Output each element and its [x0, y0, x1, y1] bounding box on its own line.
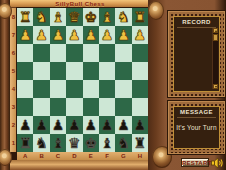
black-queen-d1[interactable]: ♛ — [66, 134, 82, 152]
file-label-g: G — [115, 152, 131, 160]
restart-button[interactable]: RESTART — [181, 158, 209, 167]
file-label-d: D — [66, 152, 82, 160]
square-d4[interactable] — [66, 80, 82, 98]
square-c3[interactable] — [50, 98, 66, 116]
square-f5[interactable] — [99, 62, 115, 80]
square-b1[interactable]: ♞ — [33, 134, 49, 152]
square-e2[interactable]: ♟ — [83, 116, 99, 134]
speaker-icon[interactable] — [211, 155, 223, 167]
white-queen-d8[interactable]: ♛ — [66, 8, 82, 26]
square-d6[interactable] — [66, 44, 82, 62]
square-a8[interactable]: ♜ — [17, 8, 33, 26]
scroll-down-button[interactable] — [213, 84, 218, 89]
square-f7[interactable]: ♟ — [99, 26, 115, 44]
black-pawn-a2[interactable]: ♟ — [17, 116, 33, 134]
white-pawn-f7[interactable]: ♟ — [99, 26, 115, 44]
message-panel-inner: MESSAGE It's Your Turn — [173, 106, 220, 149]
down-arrow-icon — [215, 86, 217, 88]
white-pawn-g7[interactable]: ♟ — [115, 26, 131, 44]
white-rook-a8[interactable]: ♜ — [17, 8, 33, 26]
file-label-f: F — [99, 152, 115, 160]
square-h2[interactable]: ♟ — [132, 116, 148, 134]
black-bishop-f1[interactable]: ♝ — [99, 134, 115, 152]
square-f4[interactable] — [99, 80, 115, 98]
square-b5[interactable] — [33, 62, 49, 80]
square-g5[interactable] — [115, 62, 131, 80]
record-divider — [177, 27, 216, 28]
file-label-e: E — [83, 152, 99, 160]
board-frame-bottom — [0, 160, 156, 170]
square-f3[interactable] — [99, 98, 115, 116]
square-g7[interactable]: ♟ — [115, 26, 131, 44]
record-scrollbar[interactable] — [212, 28, 218, 89]
square-a2[interactable]: ♟ — [17, 116, 33, 134]
white-knight-g8[interactable]: ♞ — [115, 8, 131, 26]
square-g2[interactable]: ♟ — [115, 116, 131, 134]
square-e3[interactable] — [83, 98, 99, 116]
square-a6[interactable] — [17, 44, 33, 62]
square-c8[interactable]: ♝ — [50, 8, 66, 26]
square-c2[interactable]: ♟ — [50, 116, 66, 134]
black-pawn-h2[interactable]: ♟ — [132, 116, 148, 134]
white-bishop-f8[interactable]: ♝ — [99, 8, 115, 26]
rank-label-1: 1 — [10, 134, 17, 152]
rank-label-6: 6 — [10, 44, 17, 62]
white-king-e8[interactable]: ♚ — [83, 8, 99, 26]
square-a1[interactable]: ♜ — [17, 134, 33, 152]
white-bishop-c8[interactable]: ♝ — [50, 8, 66, 26]
game-window: SillyBull Chess 87654321 ♜♞♝♛♚♝♞♜♟♟♟♟♟♟♟… — [0, 0, 226, 170]
record-title: RECORD — [174, 17, 219, 25]
rank-label-5: 5 — [10, 62, 17, 80]
black-pawn-e2[interactable]: ♟ — [83, 116, 99, 134]
square-e8[interactable]: ♚ — [83, 8, 99, 26]
square-d1[interactable]: ♛ — [66, 134, 82, 152]
square-h8[interactable]: ♜ — [132, 8, 148, 26]
white-pawn-h7[interactable]: ♟ — [132, 26, 148, 44]
square-g6[interactable] — [115, 44, 131, 62]
white-pawn-c7[interactable]: ♟ — [50, 26, 66, 44]
square-b3[interactable] — [33, 98, 49, 116]
square-h1[interactable]: ♜ — [132, 134, 148, 152]
square-g3[interactable] — [115, 98, 131, 116]
file-label-h: H — [132, 152, 148, 160]
rank-label-3: 3 — [10, 98, 17, 116]
square-d7[interactable]: ♟ — [66, 26, 82, 44]
message-panel: MESSAGE It's Your Turn — [167, 100, 226, 155]
square-d5[interactable] — [66, 62, 82, 80]
square-f6[interactable] — [99, 44, 115, 62]
square-b2[interactable]: ♟ — [33, 116, 49, 134]
rank-label-2: 2 — [10, 116, 17, 134]
board-frame-left — [0, 0, 10, 170]
black-pawn-b2[interactable]: ♟ — [33, 116, 49, 134]
message-divider — [177, 117, 216, 118]
black-king-e1[interactable]: ♚ — [83, 134, 99, 152]
file-labels: ABCDEFGH — [17, 152, 148, 160]
square-b8[interactable]: ♞ — [33, 8, 49, 26]
black-knight-g1[interactable]: ♞ — [115, 134, 131, 152]
square-f2[interactable]: ♟ — [99, 116, 115, 134]
black-pawn-d2[interactable]: ♟ — [66, 116, 82, 134]
black-rook-a1[interactable]: ♜ — [17, 134, 33, 152]
chess-board[interactable]: ♜♞♝♛♚♝♞♜♟♟♟♟♟♟♟♟♟♟♟♟♟♟♟♟♜♞♝♛♚♝♞♜ — [17, 8, 148, 152]
square-b4[interactable] — [33, 80, 49, 98]
square-b7[interactable]: ♟ — [33, 26, 49, 44]
square-f8[interactable]: ♝ — [99, 8, 115, 26]
square-e7[interactable]: ♟ — [83, 26, 99, 44]
file-label-c: C — [50, 152, 66, 160]
game-title: SillyBull Chess — [0, 0, 160, 8]
white-rook-h8[interactable]: ♜ — [132, 8, 148, 26]
white-knight-b8[interactable]: ♞ — [33, 8, 49, 26]
square-e1[interactable]: ♚ — [83, 134, 99, 152]
square-c4[interactable] — [50, 80, 66, 98]
square-h3[interactable] — [132, 98, 148, 116]
black-knight-b1[interactable]: ♞ — [33, 134, 49, 152]
white-pawn-e7[interactable]: ♟ — [83, 26, 99, 44]
white-pawn-b7[interactable]: ♟ — [33, 26, 49, 44]
square-d3[interactable] — [66, 98, 82, 116]
record-panel-inner: RECORD — [173, 16, 220, 92]
white-pawn-d7[interactable]: ♟ — [66, 26, 82, 44]
file-label-a: A — [17, 152, 33, 160]
square-a5[interactable] — [17, 62, 33, 80]
square-e5[interactable] — [83, 62, 99, 80]
square-c5[interactable] — [50, 62, 66, 80]
square-c7[interactable]: ♟ — [50, 26, 66, 44]
scroll-up-button[interactable] — [213, 28, 218, 33]
square-g4[interactable] — [115, 80, 131, 98]
square-g8[interactable]: ♞ — [115, 8, 131, 26]
white-pawn-a7[interactable]: ♟ — [17, 26, 33, 44]
square-h4[interactable] — [132, 80, 148, 98]
square-g1[interactable]: ♞ — [115, 134, 131, 152]
square-d8[interactable]: ♛ — [66, 8, 82, 26]
frame-ornament-top-right — [148, 1, 164, 20]
black-pawn-c2[interactable]: ♟ — [50, 116, 66, 134]
square-a4[interactable] — [17, 80, 33, 98]
square-e6[interactable] — [83, 44, 99, 62]
square-a3[interactable] — [17, 98, 33, 116]
square-c6[interactable] — [50, 44, 66, 62]
rank-label-7: 7 — [10, 26, 17, 44]
square-b6[interactable] — [33, 44, 49, 62]
square-d2[interactable]: ♟ — [66, 116, 82, 134]
black-pawn-g2[interactable]: ♟ — [115, 116, 131, 134]
square-h6[interactable] — [132, 44, 148, 62]
record-panel: RECORD — [167, 10, 226, 98]
message-text: It's Your Turn — [174, 124, 219, 131]
square-h7[interactable]: ♟ — [132, 26, 148, 44]
square-a7[interactable]: ♟ — [17, 26, 33, 44]
square-c1[interactable]: ♝ — [50, 134, 66, 152]
black-bishop-c1[interactable]: ♝ — [50, 134, 66, 152]
scrollbar-thumb[interactable] — [213, 34, 218, 41]
black-rook-h1[interactable]: ♜ — [132, 134, 148, 152]
up-arrow-icon — [215, 30, 217, 32]
message-title: MESSAGE — [174, 107, 219, 115]
square-f1[interactable]: ♝ — [99, 134, 115, 152]
rank-label-4: 4 — [10, 80, 17, 98]
title-bar: SillyBull Chess — [0, 0, 160, 8]
rank-labels: 87654321 — [10, 8, 17, 152]
file-label-b: B — [33, 152, 49, 160]
black-pawn-f2[interactable]: ♟ — [99, 116, 115, 134]
square-h5[interactable] — [132, 62, 148, 80]
square-e4[interactable] — [83, 80, 99, 98]
